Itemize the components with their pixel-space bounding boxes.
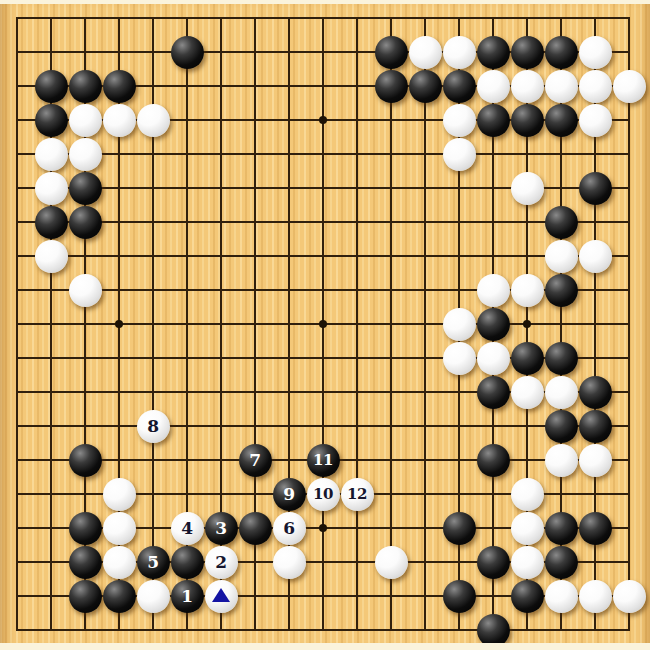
white-stone[interactable]: 6 xyxy=(273,512,306,545)
white-stone[interactable] xyxy=(443,36,476,69)
move-number-label: 6 xyxy=(283,520,294,537)
black-stone[interactable]: 11 xyxy=(307,444,340,477)
white-stone[interactable] xyxy=(205,580,238,613)
black-stone[interactable] xyxy=(35,104,68,137)
white-stone[interactable] xyxy=(69,138,102,171)
white-stone[interactable] xyxy=(103,512,136,545)
white-stone[interactable] xyxy=(35,172,68,205)
star-point xyxy=(319,524,327,532)
white-stone[interactable] xyxy=(545,70,578,103)
grid-line xyxy=(390,17,392,631)
white-stone[interactable] xyxy=(579,580,612,613)
board-edge-bottom xyxy=(0,643,650,650)
white-stone[interactable] xyxy=(545,240,578,273)
black-stone[interactable] xyxy=(69,206,102,239)
white-stone[interactable] xyxy=(579,70,612,103)
black-stone[interactable] xyxy=(69,512,102,545)
white-stone[interactable] xyxy=(103,546,136,579)
black-stone[interactable] xyxy=(545,512,578,545)
black-stone[interactable] xyxy=(69,70,102,103)
black-stone[interactable] xyxy=(477,36,510,69)
white-stone[interactable] xyxy=(443,342,476,375)
black-stone[interactable] xyxy=(477,376,510,409)
black-stone[interactable] xyxy=(579,172,612,205)
white-stone[interactable] xyxy=(103,478,136,511)
black-stone[interactable] xyxy=(545,36,578,69)
black-stone[interactable]: 3 xyxy=(205,512,238,545)
star-point xyxy=(115,320,123,328)
black-stone[interactable] xyxy=(511,104,544,137)
white-stone[interactable] xyxy=(613,580,646,613)
black-stone[interactable] xyxy=(69,546,102,579)
black-stone[interactable] xyxy=(69,172,102,205)
black-stone[interactable] xyxy=(579,512,612,545)
black-stone[interactable] xyxy=(239,512,272,545)
move-number-label: 9 xyxy=(283,486,294,503)
black-stone[interactable] xyxy=(443,70,476,103)
white-stone[interactable] xyxy=(511,546,544,579)
black-stone[interactable] xyxy=(545,546,578,579)
black-stone[interactable] xyxy=(477,614,510,647)
black-stone[interactable] xyxy=(69,580,102,613)
white-stone[interactable] xyxy=(579,104,612,137)
black-stone[interactable] xyxy=(545,342,578,375)
white-stone[interactable] xyxy=(511,376,544,409)
board-edge-top xyxy=(0,0,650,4)
white-stone[interactable] xyxy=(511,172,544,205)
white-stone[interactable] xyxy=(579,36,612,69)
white-stone[interactable] xyxy=(511,512,544,545)
white-stone[interactable] xyxy=(69,104,102,137)
move-number-label: 10 xyxy=(313,487,333,502)
star-point xyxy=(319,320,327,328)
move-number-label: 2 xyxy=(215,554,226,571)
white-stone[interactable] xyxy=(103,104,136,137)
move-number-label: 4 xyxy=(181,520,192,537)
white-stone[interactable] xyxy=(375,546,408,579)
white-stone[interactable] xyxy=(511,70,544,103)
white-stone[interactable] xyxy=(511,274,544,307)
black-stone[interactable] xyxy=(477,104,510,137)
black-stone[interactable] xyxy=(477,444,510,477)
black-stone[interactable] xyxy=(477,546,510,579)
black-stone[interactable] xyxy=(409,70,442,103)
white-stone[interactable]: 8 xyxy=(137,410,170,443)
white-stone[interactable] xyxy=(613,70,646,103)
grid-line xyxy=(356,17,358,631)
white-stone[interactable] xyxy=(477,342,510,375)
white-stone[interactable]: 10 xyxy=(307,478,340,511)
black-stone[interactable] xyxy=(477,308,510,341)
star-point xyxy=(523,320,531,328)
white-stone[interactable] xyxy=(477,274,510,307)
black-stone[interactable]: 9 xyxy=(273,478,306,511)
white-stone[interactable] xyxy=(35,138,68,171)
black-stone[interactable] xyxy=(511,580,544,613)
white-stone[interactable] xyxy=(273,546,306,579)
black-stone[interactable] xyxy=(103,580,136,613)
black-stone[interactable] xyxy=(103,70,136,103)
black-stone[interactable] xyxy=(171,36,204,69)
grid-line xyxy=(424,17,426,631)
black-stone[interactable] xyxy=(545,104,578,137)
black-stone[interactable] xyxy=(511,36,544,69)
triangle-marker-icon xyxy=(212,588,230,602)
move-number-label: 11 xyxy=(313,453,333,468)
black-stone[interactable] xyxy=(375,70,408,103)
white-stone[interactable] xyxy=(69,274,102,307)
grid-line xyxy=(16,629,630,631)
black-stone[interactable] xyxy=(545,206,578,239)
white-stone[interactable] xyxy=(545,376,578,409)
white-stone[interactable] xyxy=(137,580,170,613)
move-number-label: 3 xyxy=(215,520,226,537)
black-stone[interactable] xyxy=(35,206,68,239)
move-number-label: 5 xyxy=(147,554,158,571)
move-number-label: 12 xyxy=(347,487,367,502)
white-stone[interactable] xyxy=(35,240,68,273)
white-stone[interactable] xyxy=(545,444,578,477)
white-stone[interactable] xyxy=(409,36,442,69)
white-stone[interactable] xyxy=(443,104,476,137)
white-stone[interactable] xyxy=(511,478,544,511)
black-stone[interactable] xyxy=(579,410,612,443)
white-stone[interactable] xyxy=(579,444,612,477)
black-stone[interactable]: 5 xyxy=(137,546,170,579)
white-stone[interactable] xyxy=(545,580,578,613)
black-stone[interactable] xyxy=(443,512,476,545)
white-stone[interactable] xyxy=(443,308,476,341)
go-board[interactable]: 871191012436521 xyxy=(0,0,650,650)
grid-line xyxy=(628,17,630,631)
black-stone[interactable] xyxy=(171,546,204,579)
black-stone[interactable] xyxy=(511,342,544,375)
move-number-label: 1 xyxy=(181,588,192,605)
move-number-label: 7 xyxy=(249,452,260,469)
white-stone[interactable] xyxy=(137,104,170,137)
move-number-label: 8 xyxy=(147,418,158,435)
grid-line xyxy=(16,425,630,427)
black-stone[interactable] xyxy=(35,70,68,103)
black-stone[interactable]: 7 xyxy=(239,444,272,477)
star-point xyxy=(319,116,327,124)
black-stone[interactable] xyxy=(579,376,612,409)
black-stone[interactable]: 1 xyxy=(171,580,204,613)
white-stone[interactable]: 12 xyxy=(341,478,374,511)
black-stone[interactable] xyxy=(443,580,476,613)
white-stone[interactable]: 2 xyxy=(205,546,238,579)
white-stone[interactable]: 4 xyxy=(171,512,204,545)
white-stone[interactable] xyxy=(443,138,476,171)
black-stone[interactable] xyxy=(69,444,102,477)
black-stone[interactable] xyxy=(545,410,578,443)
black-stone[interactable] xyxy=(545,274,578,307)
white-stone[interactable] xyxy=(477,70,510,103)
white-stone[interactable] xyxy=(579,240,612,273)
black-stone[interactable] xyxy=(375,36,408,69)
